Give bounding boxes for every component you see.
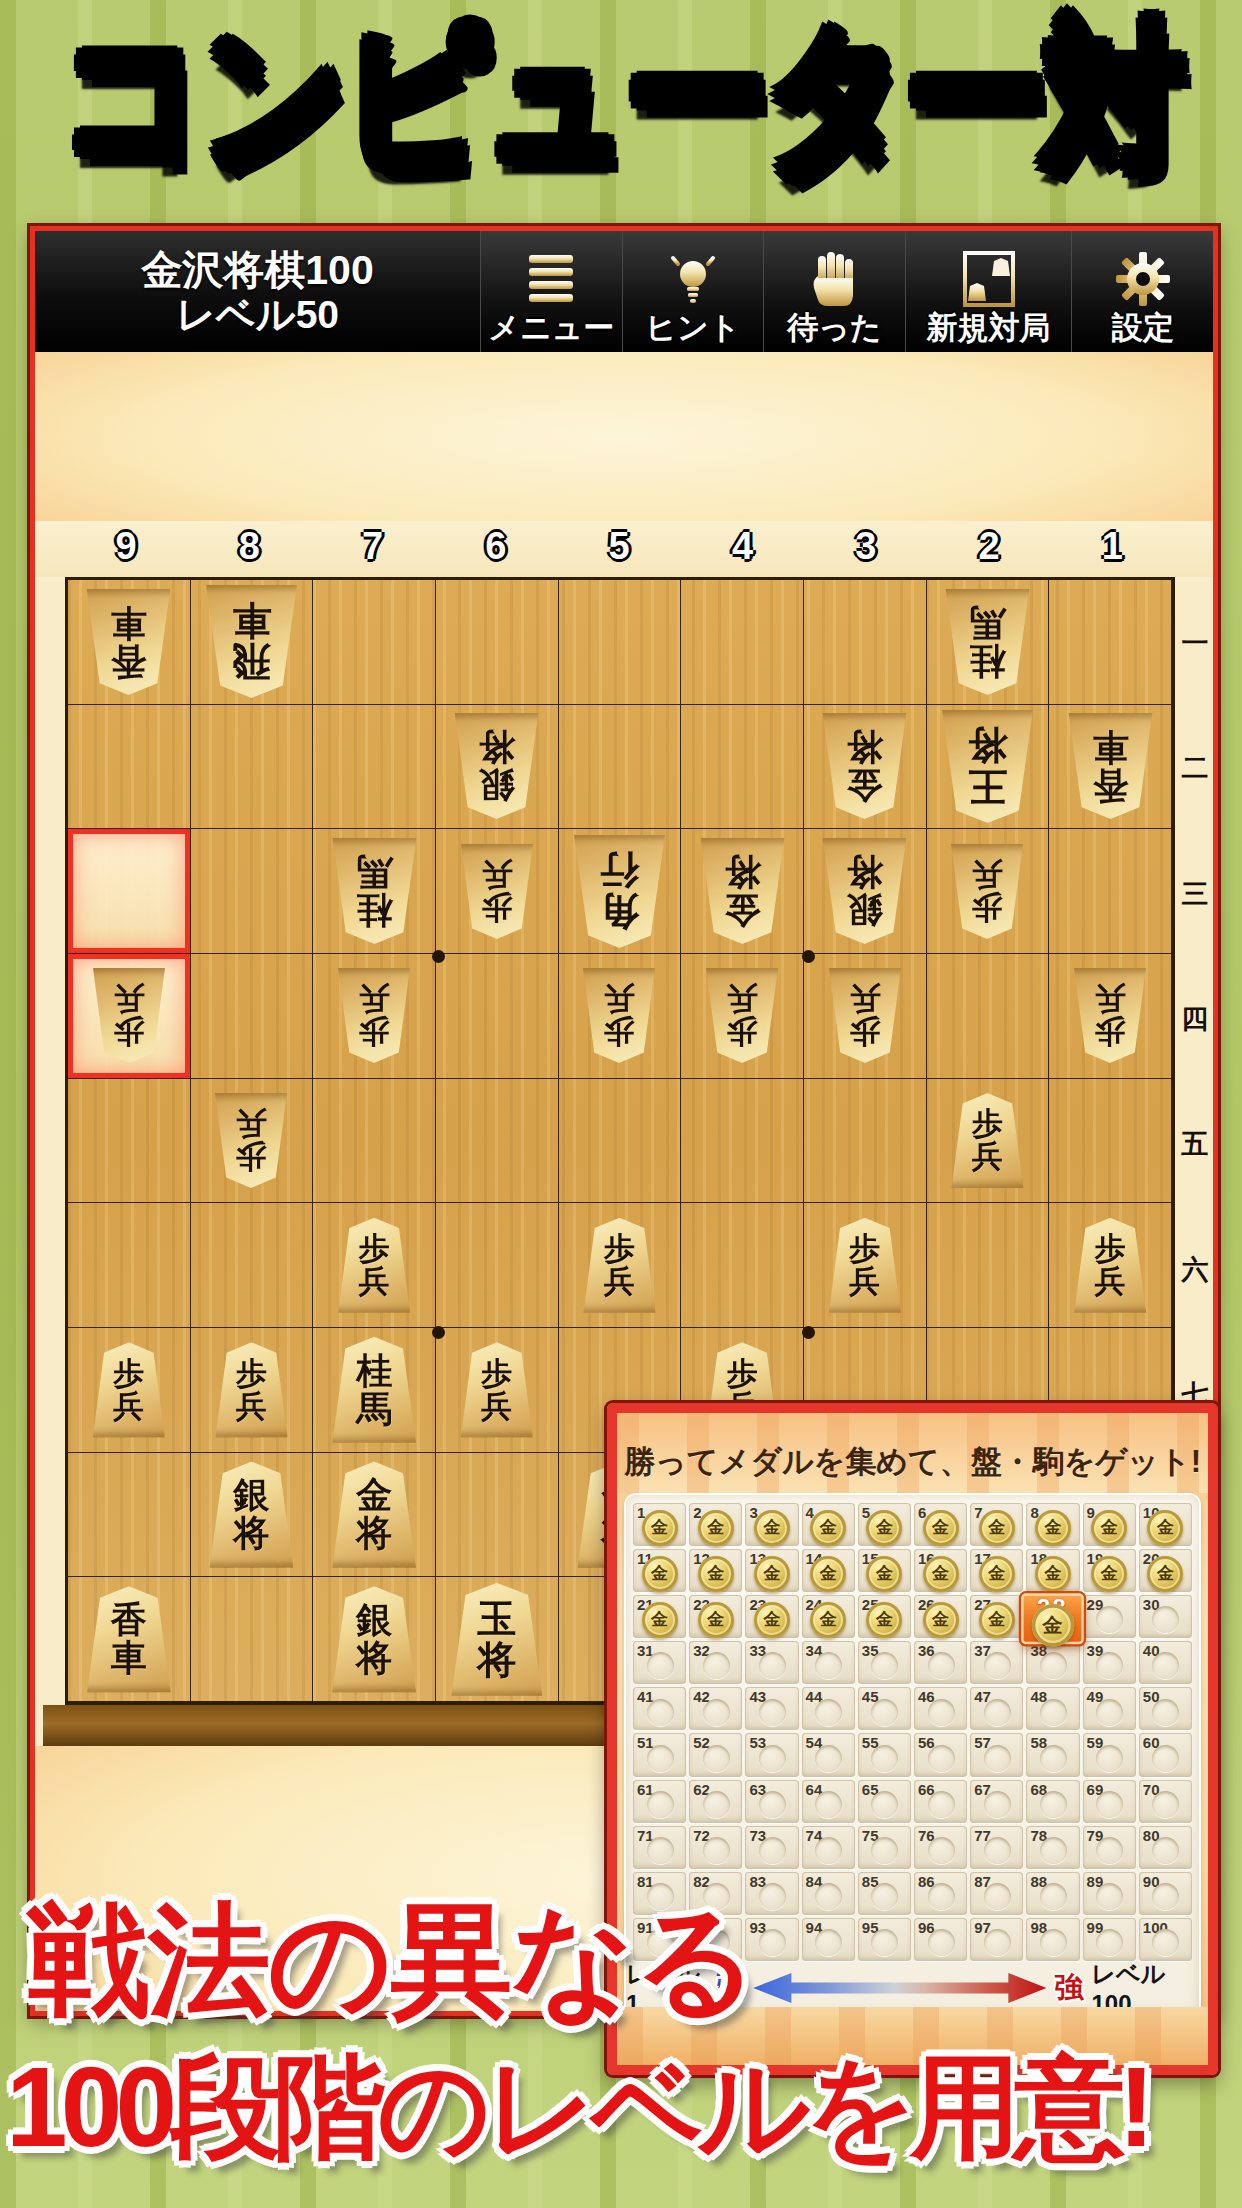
empty-medal-slot [1152, 1606, 1179, 1633]
empty-medal-slot [871, 1699, 898, 1726]
level-cell-4[interactable]: 4金 [802, 1503, 855, 1546]
level-cell-5[interactable]: 5金 [858, 1503, 911, 1546]
empty-medal-slot [759, 1883, 786, 1910]
square-1-2[interactable]: 香車 [1049, 705, 1172, 830]
sente-piece-銀将[interactable]: 銀将 [328, 1586, 421, 1692]
level-cell-49[interactable]: 49 [1083, 1687, 1136, 1730]
level-cell-50[interactable]: 50 [1139, 1687, 1192, 1730]
level-cell-35[interactable]: 35 [858, 1641, 911, 1684]
square-6-6[interactable] [436, 1203, 559, 1328]
level-cell-11[interactable]: 11金 [633, 1549, 686, 1592]
gote-piece-桂馬[interactable]: 桂馬 [328, 838, 421, 944]
file-label-9: 9 [96, 525, 156, 568]
gote-piece-歩兵[interactable]: 歩兵 [334, 968, 414, 1063]
level-cell-7[interactable]: 7金 [970, 1503, 1023, 1546]
gote-piece-歩兵[interactable]: 歩兵 [457, 844, 537, 939]
level-cell-26[interactable]: 26金 [914, 1595, 967, 1638]
empty-medal-slot [928, 1883, 955, 1910]
square-2-5[interactable]: 歩兵 [927, 1079, 1050, 1204]
level-cell-39[interactable]: 39 [1083, 1641, 1136, 1684]
gote-piece-桂馬[interactable]: 桂馬 [941, 589, 1034, 695]
level-cell-42[interactable]: 42 [689, 1687, 742, 1730]
square-9-5[interactable] [68, 1079, 191, 1204]
empty-medal-slot [1152, 1791, 1179, 1818]
level-cell-9[interactable]: 9金 [1083, 1503, 1136, 1546]
empty-medal-slot [759, 1652, 786, 1679]
gote-piece-金将[interactable]: 金将 [818, 713, 911, 819]
empty-medal-slot [984, 1699, 1011, 1726]
gote-piece-歩兵[interactable]: 歩兵 [579, 968, 659, 1063]
level-cell-32[interactable]: 32 [689, 1641, 742, 1684]
level-cell-89[interactable]: 89 [1083, 1872, 1136, 1915]
hint-button[interactable]: ヒント [623, 231, 765, 352]
square-7-1[interactable] [313, 580, 436, 705]
gold-medal-icon: 金 [698, 1556, 734, 1592]
level-cell-41[interactable]: 41 [633, 1687, 686, 1730]
level-cell-33[interactable]: 33 [745, 1641, 798, 1684]
square-6-9[interactable]: 玉将 [436, 1577, 559, 1702]
star-point [802, 1326, 815, 1339]
square-9-8[interactable] [68, 1453, 191, 1578]
star-point [432, 1326, 445, 1339]
square-4-4[interactable]: 歩兵 [681, 954, 804, 1079]
overlay-title: 勝ってメダルを集めて、盤・駒をゲット! [624, 1441, 1201, 1493]
square-8-7[interactable]: 歩兵 [191, 1328, 314, 1453]
gold-medal-icon: 金 [866, 1556, 902, 1592]
slogan-line2: 100段階のレベルを用意! [6, 2032, 1148, 2185]
empty-medal-slot [815, 1837, 842, 1864]
empty-medal-slot [871, 1745, 898, 1772]
level-cell-23[interactable]: 23金 [745, 1595, 798, 1638]
square-3-3[interactable]: 銀将 [804, 829, 927, 954]
gold-medal-icon: 金 [866, 1510, 902, 1546]
level-cell-96[interactable]: 96 [914, 1918, 967, 1961]
level-cell-62[interactable]: 62 [689, 1780, 742, 1823]
new-game-button[interactable]: 新規対局 [906, 231, 1073, 352]
gold-medal-icon: 金 [1147, 1556, 1183, 1592]
empty-medal-slot [703, 1837, 730, 1864]
undo-button[interactable]: 待った [764, 231, 906, 352]
empty-medal-slot [984, 1837, 1011, 1864]
level-cell-3[interactable]: 3金 [745, 1503, 798, 1546]
level-cell-70[interactable]: 70 [1139, 1780, 1192, 1823]
level-cell-68[interactable]: 68 [1026, 1780, 1079, 1823]
square-1-1[interactable] [1049, 580, 1172, 705]
level-cell-46[interactable]: 46 [914, 1687, 967, 1730]
gote-piece-香車[interactable]: 香車 [1064, 713, 1157, 819]
square-8-4[interactable] [191, 954, 314, 1079]
square-1-6[interactable]: 歩兵 [1049, 1203, 1172, 1328]
level-cell-25[interactable]: 25金 [858, 1595, 911, 1638]
square-9-3[interactable] [68, 829, 191, 954]
square-8-3[interactable] [191, 829, 314, 954]
level-cell-78[interactable]: 78 [1026, 1826, 1079, 1869]
empty-medal-slot [1096, 1791, 1123, 1818]
empty-medal-slot [815, 1652, 842, 1679]
level-cell-64[interactable]: 64 [802, 1780, 855, 1823]
app-title-line2: レベル50 [176, 293, 339, 337]
level-cell-95[interactable]: 95 [858, 1918, 911, 1961]
square-4-5[interactable] [681, 1079, 804, 1204]
gold-medal-icon: 金 [810, 1510, 846, 1546]
empty-medal-slot [871, 1929, 898, 1956]
empty-medal-slot [1152, 1837, 1179, 1864]
square-5-6[interactable]: 歩兵 [559, 1203, 682, 1328]
level-cell-47[interactable]: 47 [970, 1687, 1023, 1730]
level-cell-37[interactable]: 37 [970, 1641, 1023, 1684]
square-8-2[interactable] [191, 705, 314, 830]
square-7-6[interactable]: 歩兵 [313, 1203, 436, 1328]
sente-piece-歩兵[interactable]: 歩兵 [1070, 1218, 1150, 1313]
file-label-2: 2 [959, 525, 1019, 568]
square-7-7[interactable]: 桂馬 [313, 1328, 436, 1453]
gold-medal-icon: 金 [754, 1510, 790, 1546]
sente-piece-桂馬[interactable]: 桂馬 [328, 1337, 421, 1443]
rank-label-3: 三 [1181, 876, 1209, 912]
legend-strong-label: 強 [1054, 1968, 1083, 2008]
level-cell-1[interactable]: 1金 [633, 1503, 686, 1546]
level-cell-30[interactable]: 30 [1139, 1595, 1192, 1638]
level-cell-56[interactable]: 56 [914, 1733, 967, 1776]
level-cell-80[interactable]: 80 [1139, 1826, 1192, 1869]
gote-piece-歩兵[interactable]: 歩兵 [211, 1093, 291, 1188]
gold-medal-icon: 金 [923, 1510, 959, 1546]
square-5-4[interactable]: 歩兵 [559, 954, 682, 1079]
square-2-4[interactable] [927, 954, 1050, 1079]
square-3-5[interactable] [804, 1079, 927, 1204]
level-cell-12[interactable]: 12金 [689, 1549, 742, 1592]
level-cell-60[interactable]: 60 [1139, 1733, 1192, 1776]
file-label-strip: 987654321 [35, 521, 1213, 577]
level-cell-71[interactable]: 71 [633, 1826, 686, 1869]
level-cell-77[interactable]: 77 [970, 1826, 1023, 1869]
sente-piece-歩兵[interactable]: 歩兵 [211, 1342, 291, 1437]
level-cell-97[interactable]: 97 [970, 1918, 1023, 1961]
app-title: 金沢将棋100 レベル50 [35, 231, 481, 352]
square-8-1[interactable]: 飛車 [191, 580, 314, 705]
file-label-4: 4 [713, 525, 773, 568]
level-cell-15[interactable]: 15金 [858, 1549, 911, 1592]
empty-medal-slot [703, 1745, 730, 1772]
level-cell-67[interactable]: 67 [970, 1780, 1023, 1823]
gote-piece-歩兵[interactable]: 歩兵 [702, 968, 782, 1063]
level-cell-74[interactable]: 74 [802, 1826, 855, 1869]
square-6-7[interactable]: 歩兵 [436, 1328, 559, 1453]
level-cell-21[interactable]: 21金 [633, 1595, 686, 1638]
gold-medal-icon: 金 [1035, 1510, 1071, 1546]
file-label-3: 3 [836, 525, 896, 568]
empty-medal-slot [928, 1699, 955, 1726]
level-cell-10[interactable]: 10金 [1139, 1503, 1192, 1546]
level-cell-16[interactable]: 16金 [914, 1549, 967, 1592]
square-2-3[interactable]: 歩兵 [927, 829, 1050, 954]
square-1-3[interactable] [1049, 829, 1172, 954]
sente-piece-銀将[interactable]: 銀将 [205, 1461, 298, 1567]
level-cell-85[interactable]: 85 [858, 1872, 911, 1915]
empty-medal-slot [1152, 1652, 1179, 1679]
empty-medal-slot [647, 1745, 674, 1772]
hint-button-label: ヒント [645, 310, 740, 346]
level-cell-57[interactable]: 57 [970, 1733, 1023, 1776]
empty-medal-slot [1096, 1837, 1123, 1864]
square-9-7[interactable]: 歩兵 [68, 1328, 191, 1453]
level-cell-34[interactable]: 34 [802, 1641, 855, 1684]
level-cell-13[interactable]: 13金 [745, 1549, 798, 1592]
level-cell-61[interactable]: 61 [633, 1780, 686, 1823]
square-6-8[interactable] [436, 1453, 559, 1578]
square-6-1[interactable] [436, 580, 559, 705]
gote-piece-銀将[interactable]: 銀将 [818, 838, 911, 944]
empty-medal-slot [1040, 1745, 1067, 1772]
empty-medal-slot [759, 1929, 786, 1956]
gote-piece-角行[interactable]: 角行 [569, 835, 670, 948]
level-cell-54[interactable]: 54 [802, 1733, 855, 1776]
level-cell-52[interactable]: 52 [689, 1733, 742, 1776]
hand-icon [806, 248, 862, 310]
square-9-4[interactable]: 歩兵 [68, 954, 191, 1079]
settings-button-label: 設定 [1112, 310, 1174, 346]
gold-medal-icon: 金 [923, 1602, 959, 1638]
level-cell-73[interactable]: 73 [745, 1826, 798, 1869]
level-cell-28[interactable]: 28金 [1022, 1594, 1085, 1645]
gote-piece-歩兵[interactable]: 歩兵 [825, 968, 905, 1063]
sente-piece-歩兵[interactable]: 歩兵 [947, 1093, 1027, 1188]
level-cell-86[interactable]: 86 [914, 1872, 967, 1915]
square-8-8[interactable]: 銀将 [191, 1453, 314, 1578]
level-cell-6[interactable]: 6金 [914, 1503, 967, 1546]
level-cell-8[interactable]: 8金 [1026, 1503, 1079, 1546]
overlay-header: 勝ってメダルを集めて、盤・駒をゲット! [617, 1413, 1208, 1493]
level-cell-51[interactable]: 51 [633, 1733, 686, 1776]
menu-button[interactable]: メニュー [481, 231, 623, 352]
level-cell-40[interactable]: 40 [1139, 1641, 1192, 1684]
gold-medal-icon: 金 [698, 1602, 734, 1638]
square-5-3[interactable]: 角行 [559, 829, 682, 954]
level-cell-18[interactable]: 18金 [1026, 1549, 1079, 1592]
square-3-4[interactable]: 歩兵 [804, 954, 927, 1079]
level-cell-31[interactable]: 31 [633, 1641, 686, 1684]
empty-medal-slot [1040, 1791, 1067, 1818]
menu-button-label: メニュー [488, 310, 614, 346]
empty-medal-slot [1040, 1929, 1067, 1956]
square-3-6[interactable]: 歩兵 [804, 1203, 927, 1328]
square-7-4[interactable]: 歩兵 [313, 954, 436, 1079]
level-cell-88[interactable]: 88 [1026, 1872, 1079, 1915]
square-1-4[interactable]: 歩兵 [1049, 954, 1172, 1079]
square-2-6[interactable] [927, 1203, 1050, 1328]
square-9-6[interactable] [68, 1203, 191, 1328]
rank-label-1: 一 [1181, 625, 1209, 661]
undo-button-label: 待った [787, 310, 881, 346]
square-2-2[interactable]: 王将 [927, 705, 1050, 830]
empty-medal-slot [1040, 1837, 1067, 1864]
gote-piece-歩兵[interactable]: 歩兵 [89, 968, 169, 1063]
square-6-3[interactable]: 歩兵 [436, 829, 559, 954]
empty-medal-slot [815, 1883, 842, 1910]
rank-label-6: 六 [1181, 1252, 1209, 1288]
rank-label-5: 五 [1181, 1126, 1209, 1162]
empty-medal-slot [871, 1883, 898, 1910]
sente-piece-歩兵[interactable]: 歩兵 [457, 1342, 537, 1437]
gote-piece-香車[interactable]: 香車 [82, 589, 175, 695]
file-label-8: 8 [219, 525, 279, 568]
strength-gradient-arrow [753, 1973, 1046, 2003]
empty-medal-slot [1096, 1699, 1123, 1726]
level-cell-24[interactable]: 24金 [802, 1595, 855, 1638]
sente-piece-香車[interactable]: 香車 [82, 1586, 175, 1692]
gold-medal-icon: 金 [754, 1556, 790, 1592]
empty-medal-slot [1096, 1883, 1123, 1910]
empty-medal-slot [984, 1791, 1011, 1818]
level-cell-29[interactable]: 29 [1083, 1595, 1136, 1638]
level-cell-48[interactable]: 48 [1026, 1687, 1079, 1730]
level-cell-38[interactable]: 38 [1026, 1641, 1079, 1684]
square-5-2[interactable] [559, 705, 682, 830]
empty-medal-slot [1040, 1652, 1067, 1679]
star-point [432, 950, 445, 963]
level-cell-2[interactable]: 2金 [689, 1503, 742, 1546]
level-cell-79[interactable]: 79 [1083, 1826, 1136, 1869]
level-cell-94[interactable]: 94 [802, 1918, 855, 1961]
level-cell-58[interactable]: 58 [1026, 1733, 1079, 1776]
square-7-5[interactable] [313, 1079, 436, 1204]
gear-icon [1114, 248, 1172, 310]
gold-medal-icon: 金 [810, 1602, 846, 1638]
gote-piece-銀将[interactable]: 銀将 [450, 713, 543, 819]
square-3-2[interactable]: 金将 [804, 705, 927, 830]
level-cell-14[interactable]: 14金 [802, 1549, 855, 1592]
settings-button[interactable]: 設定 [1072, 231, 1213, 352]
sente-piece-歩兵[interactable]: 歩兵 [334, 1218, 414, 1313]
level-cell-19[interactable]: 19金 [1083, 1549, 1136, 1592]
square-7-2[interactable] [313, 705, 436, 830]
square-6-2[interactable]: 銀将 [436, 705, 559, 830]
level-cell-55[interactable]: 55 [858, 1733, 911, 1776]
empty-medal-slot [815, 1929, 842, 1956]
slogan-line1: 戦法の異なる [28, 1880, 757, 2044]
gold-medal-icon: 金 [866, 1602, 902, 1638]
file-label-7: 7 [343, 525, 403, 568]
square-9-9[interactable]: 香車 [68, 1577, 191, 1702]
square-4-1[interactable] [681, 580, 804, 705]
square-7-8[interactable]: 金将 [313, 1453, 436, 1578]
level-cell-45[interactable]: 45 [858, 1687, 911, 1730]
gold-medal-icon: 金 [1032, 1604, 1074, 1646]
rank-label-4: 四 [1181, 1001, 1209, 1037]
square-7-3[interactable]: 桂馬 [313, 829, 436, 954]
square-9-1[interactable]: 香車 [68, 580, 191, 705]
level-cell-87[interactable]: 87 [970, 1872, 1023, 1915]
gote-piece-飛車[interactable]: 飛車 [201, 585, 302, 698]
level-cell-43[interactable]: 43 [745, 1687, 798, 1730]
menu-icon [522, 248, 580, 310]
file-label-6: 6 [466, 525, 526, 568]
level-cell-84[interactable]: 84 [802, 1872, 855, 1915]
level-cell-17[interactable]: 17金 [970, 1549, 1023, 1592]
empty-medal-slot [1152, 1929, 1179, 1956]
square-9-2[interactable] [68, 705, 191, 830]
level-cell-63[interactable]: 63 [745, 1780, 798, 1823]
new-game-button-label: 新規対局 [927, 310, 1051, 346]
square-8-5[interactable]: 歩兵 [191, 1079, 314, 1204]
level-cell-75[interactable]: 75 [858, 1826, 911, 1869]
empty-medal-slot [815, 1745, 842, 1772]
app-title-line1: 金沢将棋100 [141, 247, 373, 293]
level-cell-72[interactable]: 72 [689, 1826, 742, 1869]
level-cell-98[interactable]: 98 [1026, 1918, 1079, 1961]
level-cell-44[interactable]: 44 [802, 1687, 855, 1730]
gold-medal-icon: 金 [642, 1556, 678, 1592]
level-cell-65[interactable]: 65 [858, 1780, 911, 1823]
gold-medal-icon: 金 [923, 1556, 959, 1592]
gote-piece-金将[interactable]: 金将 [696, 838, 789, 944]
empty-medal-slot [1152, 1699, 1179, 1726]
empty-medal-slot [1096, 1745, 1123, 1772]
square-4-3[interactable]: 金将 [681, 829, 804, 954]
gold-medal-icon: 金 [979, 1602, 1015, 1638]
level-cell-66[interactable]: 66 [914, 1780, 967, 1823]
empty-medal-slot [703, 1699, 730, 1726]
empty-medal-slot [871, 1837, 898, 1864]
sente-piece-金将[interactable]: 金将 [328, 1461, 421, 1567]
square-4-6[interactable] [681, 1203, 804, 1328]
square-8-9[interactable] [191, 1577, 314, 1702]
empty-medal-slot [984, 1745, 1011, 1772]
sente-piece-歩兵[interactable]: 歩兵 [89, 1342, 169, 1437]
empty-medal-slot [647, 1791, 674, 1818]
square-6-5[interactable] [436, 1079, 559, 1204]
level-cell-76[interactable]: 76 [914, 1826, 967, 1869]
square-4-2[interactable] [681, 705, 804, 830]
empty-medal-slot [815, 1791, 842, 1818]
sente-piece-玉将[interactable]: 玉将 [446, 1583, 547, 1696]
gold-medal-icon: 金 [698, 1510, 734, 1546]
level-cell-22[interactable]: 22金 [689, 1595, 742, 1638]
gote-piece-王将[interactable]: 王将 [937, 710, 1038, 823]
gote-piece-歩兵[interactable]: 歩兵 [1070, 968, 1150, 1063]
level-cell-59[interactable]: 59 [1083, 1733, 1136, 1776]
gold-medal-icon: 金 [642, 1510, 678, 1546]
empty-medal-slot [928, 1791, 955, 1818]
level-cell-100[interactable]: 100 [1139, 1918, 1192, 1961]
level-cell-20[interactable]: 20金 [1139, 1549, 1192, 1592]
gold-medal-icon: 金 [979, 1510, 1015, 1546]
gote-piece-歩兵[interactable]: 歩兵 [947, 844, 1027, 939]
square-5-5[interactable] [559, 1079, 682, 1204]
square-7-9[interactable]: 銀将 [313, 1577, 436, 1702]
level-cell-90[interactable]: 90 [1139, 1872, 1192, 1915]
gold-medal-icon: 金 [754, 1602, 790, 1638]
level-cell-99[interactable]: 99 [1083, 1918, 1136, 1961]
square-8-6[interactable] [191, 1203, 314, 1328]
level-cell-69[interactable]: 69 [1083, 1780, 1136, 1823]
level-cell-36[interactable]: 36 [914, 1641, 967, 1684]
level-cell-53[interactable]: 53 [745, 1733, 798, 1776]
gold-medal-icon: 金 [1147, 1510, 1183, 1546]
sente-piece-歩兵[interactable]: 歩兵 [579, 1218, 659, 1313]
empty-medal-slot [647, 1652, 674, 1679]
sente-piece-歩兵[interactable]: 歩兵 [825, 1218, 905, 1313]
square-2-1[interactable]: 桂馬 [927, 580, 1050, 705]
square-1-5[interactable] [1049, 1079, 1172, 1204]
square-6-4[interactable] [436, 954, 559, 1079]
empty-medal-slot [1040, 1699, 1067, 1726]
empty-medal-slot [647, 1699, 674, 1726]
empty-medal-slot [759, 1837, 786, 1864]
level-cell-27[interactable]: 27金 [970, 1595, 1023, 1638]
square-5-1[interactable] [559, 580, 682, 705]
square-3-1[interactable] [804, 580, 927, 705]
